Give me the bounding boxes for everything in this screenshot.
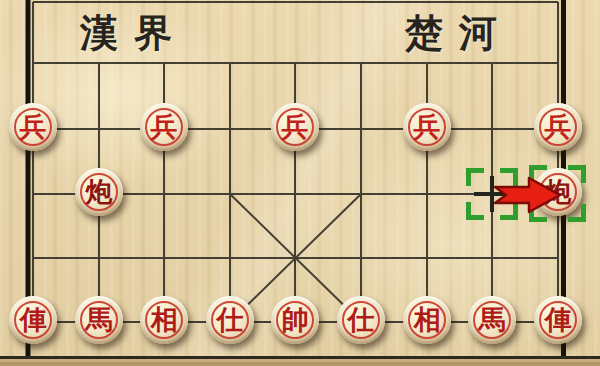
piece-soldier[interactable]: 兵 — [403, 103, 451, 151]
bracket-corner-icon — [568, 204, 586, 222]
piece-chariot[interactable]: 俥 — [9, 296, 57, 344]
river-label-left: 漢界 — [80, 8, 188, 58]
piece-label: 馬 — [86, 307, 113, 334]
piece-soldier[interactable]: 兵 — [140, 103, 188, 151]
piece-elephant[interactable]: 相 — [140, 296, 188, 344]
piece-label: 俥 — [545, 307, 572, 334]
move-arrow-icon — [494, 174, 562, 216]
piece-label: 仕 — [348, 307, 375, 334]
piece-label: 俥 — [20, 307, 47, 334]
piece-horse[interactable]: 馬 — [468, 296, 516, 344]
piece-cannon[interactable]: 炮 — [75, 168, 123, 216]
piece-label: 相 — [414, 307, 441, 334]
piece-label: 兵 — [151, 114, 178, 141]
piece-label: 兵 — [414, 114, 441, 141]
piece-elephant[interactable]: 相 — [403, 296, 451, 344]
piece-label: 兵 — [282, 114, 309, 141]
river-label-right: 楚河 — [405, 8, 513, 58]
piece-chariot[interactable]: 俥 — [534, 296, 582, 344]
piece-label: 相 — [151, 307, 178, 334]
piece-label: 兵 — [545, 114, 572, 141]
piece-label: 炮 — [86, 179, 113, 206]
piece-soldier[interactable]: 兵 — [271, 103, 319, 151]
piece-soldier[interactable]: 兵 — [534, 103, 582, 151]
piece-label: 仕 — [217, 307, 244, 334]
piece-advisor[interactable]: 仕 — [206, 296, 254, 344]
piece-advisor[interactable]: 仕 — [337, 296, 385, 344]
piece-horse[interactable]: 馬 — [75, 296, 123, 344]
piece-general[interactable]: 帥 — [271, 296, 319, 344]
piece-label: 馬 — [479, 307, 506, 334]
bracket-corner-icon — [568, 165, 586, 183]
piece-label: 兵 — [20, 114, 47, 141]
board-bottom-frame — [0, 356, 600, 366]
piece-soldier[interactable]: 兵 — [9, 103, 57, 151]
xiangqi-board: 漢界 楚河 兵兵兵兵兵炮炮俥馬相仕帥仕相馬俥 — [0, 0, 600, 366]
piece-label: 帥 — [282, 307, 309, 334]
